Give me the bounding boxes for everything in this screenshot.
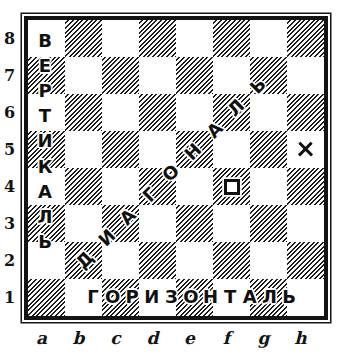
square-g4 bbox=[250, 168, 287, 205]
rank-label-8: 8 bbox=[4, 31, 15, 47]
file-label-d: d bbox=[147, 330, 159, 347]
square-d5 bbox=[139, 131, 176, 168]
square-e6 bbox=[176, 94, 213, 131]
square-d3 bbox=[139, 205, 176, 242]
file-label-a: a bbox=[36, 330, 47, 347]
square-f4 bbox=[213, 168, 250, 205]
rank-label-4: 4 bbox=[4, 179, 15, 195]
square-a4 bbox=[28, 168, 65, 205]
square-e2 bbox=[176, 242, 213, 279]
square-a1 bbox=[28, 279, 65, 316]
square-d6 bbox=[139, 94, 176, 131]
square-e3 bbox=[176, 205, 213, 242]
square-c3 bbox=[102, 205, 139, 242]
rank-label-5: 5 bbox=[4, 142, 15, 158]
board-grid bbox=[28, 20, 324, 316]
square-f1 bbox=[213, 279, 250, 316]
square-a8 bbox=[28, 20, 65, 57]
square-d2 bbox=[139, 242, 176, 279]
square-b1 bbox=[65, 279, 102, 316]
square-c8 bbox=[102, 20, 139, 57]
square-b6 bbox=[65, 94, 102, 131]
square-g2 bbox=[250, 242, 287, 279]
square-d7 bbox=[139, 57, 176, 94]
square-f3 bbox=[213, 205, 250, 242]
square-f7 bbox=[213, 57, 250, 94]
square-h6 bbox=[287, 94, 324, 131]
square-c6 bbox=[102, 94, 139, 131]
file-label-c: c bbox=[110, 330, 120, 347]
rank-label-3: 3 bbox=[4, 216, 15, 232]
square-f8 bbox=[213, 20, 250, 57]
square-a2 bbox=[28, 242, 65, 279]
square-f5 bbox=[213, 131, 250, 168]
rank-label-6: 6 bbox=[4, 105, 15, 121]
square-h4 bbox=[287, 168, 324, 205]
square-e7 bbox=[176, 57, 213, 94]
file-label-b: b bbox=[73, 330, 85, 347]
square-e1 bbox=[176, 279, 213, 316]
square-b8 bbox=[65, 20, 102, 57]
square-h1 bbox=[287, 279, 324, 316]
chess-diagram-page: 87654321abcdefghВЕРТИКАЛЬГОРИЗОНТАЛЬДИАГ… bbox=[0, 0, 337, 353]
square-d8 bbox=[139, 20, 176, 57]
file-label-e: e bbox=[184, 330, 195, 347]
square-c1 bbox=[102, 279, 139, 316]
file-label-f: f bbox=[223, 330, 230, 347]
square-h3 bbox=[287, 205, 324, 242]
file-label-h: h bbox=[294, 330, 306, 347]
square-e5 bbox=[176, 131, 213, 168]
square-a7 bbox=[28, 57, 65, 94]
rank-label-2: 2 bbox=[4, 253, 15, 269]
square-c7 bbox=[102, 57, 139, 94]
square-c2 bbox=[102, 242, 139, 279]
square-d1 bbox=[139, 279, 176, 316]
square-b7 bbox=[65, 57, 102, 94]
square-b3 bbox=[65, 205, 102, 242]
square-a3 bbox=[28, 205, 65, 242]
square-b5 bbox=[65, 131, 102, 168]
square-g5 bbox=[250, 131, 287, 168]
square-h2 bbox=[287, 242, 324, 279]
square-f6 bbox=[213, 94, 250, 131]
square-a6 bbox=[28, 94, 65, 131]
square-c5 bbox=[102, 131, 139, 168]
square-h5 bbox=[287, 131, 324, 168]
square-h7 bbox=[287, 57, 324, 94]
rank-label-1: 1 bbox=[4, 290, 15, 306]
square-d4 bbox=[139, 168, 176, 205]
square-g8 bbox=[250, 20, 287, 57]
chess-board bbox=[24, 16, 328, 320]
square-g7 bbox=[250, 57, 287, 94]
file-label-g: g bbox=[258, 330, 270, 347]
square-c4 bbox=[102, 168, 139, 205]
square-g3 bbox=[250, 205, 287, 242]
square-h8 bbox=[287, 20, 324, 57]
square-a5 bbox=[28, 131, 65, 168]
square-b2 bbox=[65, 242, 102, 279]
square-e4 bbox=[176, 168, 213, 205]
square-b4 bbox=[65, 168, 102, 205]
rank-label-7: 7 bbox=[4, 68, 15, 84]
square-g6 bbox=[250, 94, 287, 131]
square-g1 bbox=[250, 279, 287, 316]
square-e8 bbox=[176, 20, 213, 57]
square-f2 bbox=[213, 242, 250, 279]
